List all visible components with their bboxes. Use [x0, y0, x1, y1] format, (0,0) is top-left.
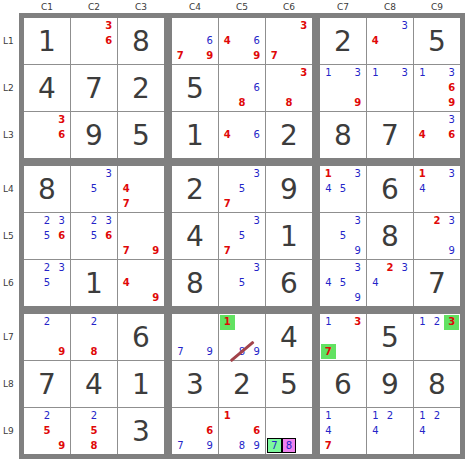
candidate-5[interactable]: 5 [40, 229, 55, 244]
candidate-4[interactable]: 4 [321, 424, 336, 439]
cell-L5C7[interactable]: 359 [320, 213, 366, 259]
big-digit: 7 [24, 361, 70, 407]
row-label: L8 [0, 361, 19, 407]
candidate-6[interactable]: 6 [202, 424, 217, 439]
candidate-grid: 35 [220, 261, 264, 305]
candidate-grid: 78 [267, 409, 311, 453]
candidate-2[interactable]: 2 [87, 315, 102, 330]
candidate-8[interactable]: 8 [282, 95, 297, 110]
block-r2c3: 13456134359823934592347 [320, 166, 460, 306]
cell-L3C7[interactable]: 8 [320, 112, 366, 158]
column-header-group: C4C5C6 [172, 1, 312, 13]
big-digit: 7 [71, 65, 117, 111]
candidate-8[interactable]: 8 [87, 344, 102, 359]
row-header-group: L1L2L3 [0, 18, 19, 158]
candidate-4[interactable]: 4 [220, 128, 235, 143]
cell-L6C9[interactable]: 7 [414, 260, 460, 306]
candidate-9[interactable]: 9 [148, 290, 163, 305]
candidate-3[interactable]: 3 [296, 19, 311, 34]
candidate-5[interactable]: 5 [87, 182, 102, 197]
candidate-3[interactable]: 3 [350, 66, 365, 81]
candidate-4[interactable]: 4 [220, 34, 235, 49]
candidate-6[interactable]: 6 [101, 229, 116, 244]
candidate-grid: 46 [220, 113, 264, 157]
cell-L7C7[interactable]: 137 [320, 314, 366, 360]
column-header-group: C1C2C3 [24, 1, 164, 13]
candidate-grid: 679 [173, 409, 217, 453]
candidate-grid: 259 [25, 409, 69, 453]
candidate-3[interactable]: 3 [350, 167, 365, 182]
cell-L3C5[interactable]: 46 [219, 112, 265, 158]
candidate-9[interactable]: 9 [249, 438, 264, 453]
cell-L7C3[interactable]: 6 [118, 314, 164, 360]
cell-L6C7[interactable]: 3459 [320, 260, 366, 306]
column-label: C3 [118, 1, 164, 13]
candidate-3[interactable]: 3 [54, 261, 69, 276]
candidate-1[interactable]: 1 [321, 409, 336, 424]
cell-L3C4[interactable]: 1 [172, 112, 218, 158]
candidate-9[interactable]: 9 [202, 438, 217, 453]
candidate-7[interactable]: 7 [321, 344, 336, 359]
cell-L9C5[interactable]: 1689 [219, 408, 265, 454]
candidate-9[interactable]: 9 [249, 48, 264, 63]
cell-L9C6[interactable]: 78 [266, 408, 312, 454]
candidate-grid: 36 [72, 19, 116, 63]
candidate-1[interactable]: 1 [321, 315, 336, 330]
cell-L3C2[interactable]: 9 [71, 112, 117, 158]
cell-L9C9[interactable]: 124 [414, 408, 460, 454]
big-digit: 5 [172, 65, 218, 111]
row-label: L5 [0, 213, 19, 259]
candidate-5[interactable]: 5 [87, 424, 102, 439]
cell-L6C4[interactable]: 8 [172, 260, 218, 306]
candidate-9[interactable]: 9 [444, 243, 459, 258]
candidate-9[interactable]: 9 [54, 344, 69, 359]
candidate-5[interactable]: 5 [40, 424, 55, 439]
candidate-4[interactable]: 4 [368, 424, 383, 439]
cell-L8C1[interactable]: 7 [24, 361, 70, 407]
candidate-6[interactable]: 6 [444, 81, 459, 96]
row-label: L9 [0, 408, 19, 454]
cell-L5C1[interactable]: 2356 [24, 213, 70, 259]
candidate-3[interactable]: 3 [350, 315, 365, 330]
cell-L6C8[interactable]: 234 [367, 260, 413, 306]
candidate-7[interactable]: 7 [173, 344, 188, 359]
candidate-8[interactable]: 8 [235, 95, 250, 110]
candidate-5[interactable]: 5 [235, 276, 250, 291]
column-label: C1 [24, 1, 70, 13]
cell-L4C8[interactable]: 6 [367, 166, 413, 212]
cell-L5C8[interactable]: 8 [367, 213, 413, 259]
cell-L4C2[interactable]: 35 [71, 166, 117, 212]
candidate-3[interactable]: 3 [296, 66, 311, 81]
candidate-1[interactable]: 1 [220, 315, 235, 330]
big-digit: 2 [219, 361, 265, 407]
cell-L7C8[interactable]: 5 [367, 314, 413, 360]
candidate-6[interactable]: 6 [54, 229, 69, 244]
candidate-grid: 3459 [321, 261, 365, 305]
candidate-9[interactable]: 9 [54, 438, 69, 453]
candidate-2[interactable]: 2 [430, 214, 445, 229]
column-label: C9 [414, 1, 460, 13]
candidate-4[interactable]: 4 [415, 424, 430, 439]
candidate-3[interactable]: 3 [444, 214, 459, 229]
candidate-7[interactable]: 7 [321, 438, 336, 453]
cell-L4C5[interactable]: 357 [219, 166, 265, 212]
candidate-5[interactable]: 5 [40, 276, 55, 291]
big-digit: 1 [24, 18, 70, 64]
cell-L8C2[interactable]: 4 [71, 361, 117, 407]
row-header-group: L7L8L9 [0, 314, 19, 454]
candidate-9[interactable]: 9 [350, 95, 365, 110]
cell-L5C2[interactable]: 2356 [71, 213, 117, 259]
block-r3c2: 791894325679168978 [172, 314, 312, 454]
candidate-grid: 357 [220, 167, 264, 211]
candidate-3[interactable]: 3 [444, 315, 459, 330]
cell-L2C8[interactable]: 13 [367, 65, 413, 111]
row-label: L6 [0, 260, 19, 306]
cell-L1C7[interactable]: 2 [320, 18, 366, 64]
cell-L4C4[interactable]: 2 [172, 166, 218, 212]
cell-L1C1[interactable]: 1 [24, 18, 70, 64]
cell-L3C8[interactable]: 7 [367, 112, 413, 158]
cell-L9C3[interactable]: 3 [118, 408, 164, 454]
cell-L4C7[interactable]: 1345 [320, 166, 366, 212]
big-digit: 2 [266, 112, 312, 158]
cell-L2C4[interactable]: 5 [172, 65, 218, 111]
candidate-5[interactable]: 5 [87, 229, 102, 244]
cell-L9C2[interactable]: 258 [71, 408, 117, 454]
candidate-8[interactable]: 8 [235, 438, 250, 453]
candidate-grid: 29 [25, 315, 69, 359]
cell-L3C6[interactable]: 2 [266, 112, 312, 158]
big-digit: 5 [414, 18, 460, 64]
cell-L1C3[interactable]: 8 [118, 18, 164, 64]
candidate-grid: 38 [267, 66, 311, 110]
candidate-2[interactable]: 2 [87, 409, 102, 424]
candidate-grid: 37 [267, 19, 311, 63]
big-digit: 9 [367, 361, 413, 407]
candidate-grid: 34 [368, 19, 412, 63]
candidate-grid: 35 [72, 167, 116, 211]
big-digit: 2 [320, 18, 366, 64]
candidate-3[interactable]: 3 [350, 214, 365, 229]
cell-L5C9[interactable]: 239 [414, 213, 460, 259]
candidate-6[interactable]: 6 [444, 128, 459, 143]
candidate-3[interactable]: 3 [101, 19, 116, 34]
cell-L7C6[interactable]: 4 [266, 314, 312, 360]
cell-L8C4[interactable]: 3 [172, 361, 218, 407]
candidate-3[interactable]: 3 [444, 167, 459, 182]
candidate-grid: 47 [119, 167, 163, 211]
candidate-5[interactable]: 5 [235, 182, 250, 197]
candidate-9[interactable]: 9 [350, 243, 365, 258]
block-r1c1: 13684723695 [24, 18, 164, 158]
candidate-6[interactable]: 6 [249, 424, 264, 439]
candidate-grid: 2356 [25, 214, 69, 258]
candidate-3[interactable]: 3 [397, 66, 412, 81]
candidate-3[interactable]: 3 [397, 261, 412, 276]
sudoku-board: 1368472369567946937568381462234513913136… [19, 13, 465, 459]
candidate-4[interactable]: 4 [321, 182, 336, 197]
candidate-3[interactable]: 3 [54, 113, 69, 128]
candidate-4[interactable]: 4 [368, 276, 383, 291]
candidate-grid: 68 [220, 66, 264, 110]
cell-L9C8[interactable]: 124 [367, 408, 413, 454]
candidate-9[interactable]: 9 [350, 290, 365, 305]
candidate-grid: 147 [321, 409, 365, 453]
cell-L7C1[interactable]: 29 [24, 314, 70, 360]
candidate-2[interactable]: 2 [40, 214, 55, 229]
big-digit: 1 [118, 361, 164, 407]
candidate-grid: 28 [72, 315, 116, 359]
candidate-3[interactable]: 3 [101, 167, 116, 182]
cell-L6C6[interactable]: 6 [266, 260, 312, 306]
candidate-1[interactable]: 1 [368, 66, 383, 81]
big-digit: 1 [172, 112, 218, 158]
candidate-9[interactable]: 9 [202, 344, 217, 359]
candidate-grid: 189 [220, 315, 264, 359]
candidate-grid: 79 [173, 315, 217, 359]
column-header-group: C7C8C9 [320, 1, 460, 13]
candidate-1[interactable]: 1 [415, 409, 430, 424]
row-headers: L1L2L3L4L5L6L7L8L9 [0, 13, 19, 459]
candidate-grid: 1689 [220, 409, 264, 453]
cell-L1C2[interactable]: 36 [71, 18, 117, 64]
big-digit: 9 [71, 112, 117, 158]
row-header-group: L4L5L6 [0, 166, 19, 306]
candidate-grid: 49 [119, 261, 163, 305]
cell-L7C5[interactable]: 189 [219, 314, 265, 360]
candidate-2[interactable]: 2 [383, 261, 398, 276]
candidate-5[interactable]: 5 [336, 229, 351, 244]
candidate-7[interactable]: 7 [173, 48, 188, 63]
candidate-grid: 346 [415, 113, 459, 157]
cell-L9C1[interactable]: 259 [24, 408, 70, 454]
big-digit: 4 [172, 213, 218, 259]
candidate-grid: 123 [415, 315, 459, 359]
candidate-7[interactable]: 7 [220, 243, 235, 258]
board-area: L1L2L3L4L5L6L7L8L9 136847236956794693756… [0, 13, 468, 459]
cell-L6C3[interactable]: 49 [118, 260, 164, 306]
row-label: L3 [0, 112, 19, 158]
candidate-grid: 679 [173, 19, 217, 63]
candidate-2[interactable]: 2 [40, 261, 55, 276]
cell-L3C1[interactable]: 36 [24, 112, 70, 158]
candidate-2[interactable]: 2 [430, 315, 445, 330]
row-label: L2 [0, 65, 19, 111]
big-digit: 5 [266, 361, 312, 407]
candidate-grid: 239 [415, 214, 459, 258]
candidate-3[interactable]: 3 [54, 214, 69, 229]
candidate-9[interactable]: 9 [148, 243, 163, 258]
candidate-grid: 13 [368, 66, 412, 110]
candidate-3[interactable]: 3 [444, 66, 459, 81]
candidate-6[interactable]: 6 [54, 128, 69, 143]
big-digit: 6 [367, 166, 413, 212]
cell-L4C9[interactable]: 134 [414, 166, 460, 212]
block-r2c2: 23579435718356 [172, 166, 312, 306]
candidate-grid: 234 [368, 261, 412, 305]
candidate-2[interactable]: 2 [87, 214, 102, 229]
block-r3c3: 1375123698147124124 [320, 314, 460, 454]
cell-L6C5[interactable]: 35 [219, 260, 265, 306]
cell-L4C3[interactable]: 47 [118, 166, 164, 212]
cell-L2C2[interactable]: 7 [71, 65, 117, 111]
cell-L8C5[interactable]: 2 [219, 361, 265, 407]
cell-L2C7[interactable]: 139 [320, 65, 366, 111]
cell-L7C9[interactable]: 123 [414, 314, 460, 360]
candidate-2[interactable]: 2 [40, 315, 55, 330]
candidate-8[interactable]: 8 [87, 438, 102, 453]
candidate-3[interactable]: 3 [249, 261, 264, 276]
cell-L1C9[interactable]: 5 [414, 18, 460, 64]
cell-L5C6[interactable]: 1 [266, 213, 312, 259]
cell-L2C5[interactable]: 68 [219, 65, 265, 111]
cell-L9C7[interactable]: 147 [320, 408, 366, 454]
candidate-5[interactable]: 5 [235, 229, 250, 244]
cell-L1C6[interactable]: 37 [266, 18, 312, 64]
candidate-7[interactable]: 7 [119, 243, 134, 258]
column-label: C4 [172, 1, 218, 13]
cell-L1C5[interactable]: 469 [219, 18, 265, 64]
cell-L3C3[interactable]: 5 [118, 112, 164, 158]
column-label: C2 [71, 1, 117, 13]
candidate-4[interactable]: 4 [119, 276, 134, 291]
candidate-grid: 258 [72, 409, 116, 453]
cell-L5C5[interactable]: 357 [219, 213, 265, 259]
candidate-6[interactable]: 6 [249, 81, 264, 96]
cell-L5C3[interactable]: 79 [118, 213, 164, 259]
big-digit: 7 [414, 260, 460, 306]
candidate-7[interactable]: 7 [173, 438, 188, 453]
candidate-7[interactable]: 7 [267, 438, 282, 453]
column-label: C7 [320, 1, 366, 13]
candidate-3[interactable]: 3 [350, 261, 365, 276]
candidate-grid: 124 [415, 409, 459, 453]
cell-L8C6[interactable]: 5 [266, 361, 312, 407]
cell-L1C4[interactable]: 679 [172, 18, 218, 64]
candidate-3[interactable]: 3 [249, 167, 264, 182]
candidate-grid: 79 [119, 214, 163, 258]
candidate-8[interactable]: 8 [235, 344, 250, 359]
candidate-9[interactable]: 9 [444, 95, 459, 110]
cell-L5C4[interactable]: 4 [172, 213, 218, 259]
candidate-3[interactable]: 3 [249, 214, 264, 229]
cell-L7C4[interactable]: 79 [172, 314, 218, 360]
candidate-9[interactable]: 9 [249, 344, 264, 359]
candidate-3[interactable]: 3 [397, 19, 412, 34]
candidate-1[interactable]: 1 [415, 66, 430, 81]
candidate-1[interactable]: 1 [321, 167, 336, 182]
candidate-grid: 137 [321, 315, 365, 359]
cell-L2C1[interactable]: 4 [24, 65, 70, 111]
big-digit: 6 [320, 361, 366, 407]
row-label: L7 [0, 314, 19, 360]
candidate-7[interactable]: 7 [119, 196, 134, 211]
candidate-1[interactable]: 1 [415, 315, 430, 330]
candidate-1[interactable]: 1 [368, 409, 383, 424]
candidate-9[interactable]: 9 [202, 48, 217, 63]
candidate-3[interactable]: 3 [101, 214, 116, 229]
column-label: C8 [367, 1, 413, 13]
cell-L4C1[interactable]: 8 [24, 166, 70, 212]
candidate-4[interactable]: 4 [415, 182, 430, 197]
block-r3c1: 292867412592583 [24, 314, 164, 454]
cell-L9C4[interactable]: 679 [172, 408, 218, 454]
cell-L1C8[interactable]: 34 [367, 18, 413, 64]
big-digit: 1 [71, 260, 117, 306]
cell-L7C2[interactable]: 28 [71, 314, 117, 360]
cell-L3C9[interactable]: 346 [414, 112, 460, 158]
row-label: L1 [0, 18, 19, 64]
cell-L6C1[interactable]: 235 [24, 260, 70, 306]
candidate-2[interactable]: 2 [430, 409, 445, 424]
candidate-1[interactable]: 1 [220, 409, 235, 424]
big-digit: 8 [320, 112, 366, 158]
cell-L6C2[interactable]: 1 [71, 260, 117, 306]
cell-L4C6[interactable]: 9 [266, 166, 312, 212]
candidate-6[interactable]: 6 [202, 34, 217, 49]
candidate-6[interactable]: 6 [101, 34, 116, 49]
candidate-1[interactable]: 1 [415, 167, 430, 182]
big-digit: 5 [367, 314, 413, 360]
candidate-2[interactable]: 2 [40, 409, 55, 424]
candidate-grid: 36 [25, 113, 69, 157]
column-headers: C1C2C3C4C5C6C7C8C9 [24, 0, 468, 13]
column-label: C6 [266, 1, 312, 13]
cell-L8C7[interactable]: 6 [320, 361, 366, 407]
candidate-grid: 134 [415, 167, 459, 211]
candidate-7[interactable]: 7 [220, 196, 235, 211]
block-r1c3: 234513913136987346 [320, 18, 460, 158]
big-digit: 3 [118, 408, 164, 454]
big-digit: 7 [367, 112, 413, 158]
candidate-6[interactable]: 6 [249, 34, 264, 49]
big-digit: 6 [266, 260, 312, 306]
candidate-8[interactable]: 8 [282, 438, 297, 453]
candidate-4[interactable]: 4 [321, 276, 336, 291]
candidate-grid: 357 [220, 214, 264, 258]
cell-L2C3[interactable]: 2 [118, 65, 164, 111]
cell-L8C9[interactable]: 8 [414, 361, 460, 407]
candidate-grid: 139 [321, 66, 365, 110]
candidate-5[interactable]: 5 [336, 276, 351, 291]
big-digit: 4 [24, 65, 70, 111]
candidate-4[interactable]: 4 [368, 34, 383, 49]
candidate-grid: 124 [368, 409, 412, 453]
candidate-5[interactable]: 5 [336, 182, 351, 197]
candidate-grid: 235 [25, 261, 69, 305]
cell-L2C6[interactable]: 38 [266, 65, 312, 111]
candidate-4[interactable]: 4 [119, 182, 134, 197]
cell-L8C3[interactable]: 1 [118, 361, 164, 407]
candidate-2[interactable]: 2 [383, 409, 398, 424]
candidate-3[interactable]: 3 [444, 113, 459, 128]
candidate-7[interactable]: 7 [267, 48, 282, 63]
candidate-6[interactable]: 6 [249, 128, 264, 143]
candidate-1[interactable]: 1 [321, 66, 336, 81]
big-digit: 8 [118, 18, 164, 64]
candidate-4[interactable]: 4 [415, 128, 430, 143]
big-digit: 6 [118, 314, 164, 360]
block-r1c2: 67946937568381462 [172, 18, 312, 158]
big-digit: 3 [172, 361, 218, 407]
block-r2c1: 835472356235679235149 [24, 166, 164, 306]
big-digit: 8 [414, 361, 460, 407]
cell-L8C8[interactable]: 9 [367, 361, 413, 407]
cell-L2C9[interactable]: 1369 [414, 65, 460, 111]
